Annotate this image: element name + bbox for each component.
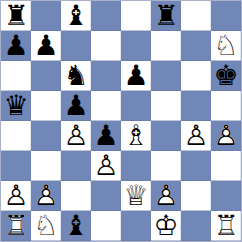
square-g7[interactable] xyxy=(181,31,211,61)
chess-board: ♜♝♜♟︎♟︎♞♘♞♟︎♚♛♟︎♟︎♙︎♟︎♝♗♟︎♙︎♟︎♙︎♟︎♙︎♟︎♙︎… xyxy=(0,0,242,242)
square-c7[interactable] xyxy=(61,31,91,61)
piece-black-rook[interactable]: ♜ xyxy=(1,1,31,31)
square-g2[interactable] xyxy=(181,181,211,211)
piece-black-king[interactable]: ♚ xyxy=(211,61,241,91)
piece-black-rook[interactable]: ♜ xyxy=(151,1,181,31)
piece-white-pawn[interactable]: ♟︎♙︎ xyxy=(61,121,91,151)
square-a2[interactable]: ♟︎♙︎ xyxy=(1,181,31,211)
white-piece-outline-layer: ♙︎ xyxy=(61,121,91,151)
square-c5[interactable]: ♟︎ xyxy=(61,91,91,121)
square-a7[interactable]: ♟︎ xyxy=(1,31,31,61)
piece-white-knight[interactable]: ♞♘ xyxy=(31,211,61,241)
square-c2[interactable] xyxy=(61,181,91,211)
square-b3[interactable] xyxy=(31,151,61,181)
square-d2[interactable] xyxy=(91,181,121,211)
piece-white-pawn[interactable]: ♟︎♙︎ xyxy=(181,121,211,151)
square-a6[interactable] xyxy=(1,61,31,91)
piece-white-pawn[interactable]: ♟︎♙︎ xyxy=(151,181,181,211)
square-e2[interactable]: ♛♕ xyxy=(121,181,151,211)
square-h2[interactable] xyxy=(211,181,241,211)
square-c8[interactable]: ♝ xyxy=(61,1,91,31)
chess-board-container: ♜♝♜♟︎♟︎♞♘♞♟︎♚♛♟︎♟︎♙︎♟︎♝♗♟︎♙︎♟︎♙︎♟︎♙︎♟︎♙︎… xyxy=(0,0,242,242)
square-d7[interactable] xyxy=(91,31,121,61)
piece-black-bishop[interactable]: ♝ xyxy=(61,1,91,31)
square-c3[interactable] xyxy=(61,151,91,181)
square-c4[interactable]: ♟︎♙︎ xyxy=(61,121,91,151)
square-h8[interactable] xyxy=(211,1,241,31)
square-b2[interactable]: ♟︎♙︎ xyxy=(31,181,61,211)
piece-white-knight[interactable]: ♞♘ xyxy=(211,31,241,61)
square-h3[interactable] xyxy=(211,151,241,181)
square-h7[interactable]: ♞♘ xyxy=(211,31,241,61)
square-f6[interactable] xyxy=(151,61,181,91)
square-f3[interactable] xyxy=(151,151,181,181)
square-g3[interactable] xyxy=(181,151,211,181)
square-d4[interactable]: ♟︎ xyxy=(91,121,121,151)
square-h5[interactable] xyxy=(211,91,241,121)
white-piece-outline-layer: ♙︎ xyxy=(151,181,181,211)
piece-white-bishop[interactable]: ♝♗ xyxy=(121,121,151,151)
square-e3[interactable] xyxy=(121,151,151,181)
square-a8[interactable]: ♜ xyxy=(1,1,31,31)
white-piece-outline-layer: ♗ xyxy=(121,121,151,151)
square-b6[interactable] xyxy=(31,61,61,91)
piece-white-king[interactable]: ♚♔ xyxy=(151,211,181,241)
white-piece-outline-layer: ♖ xyxy=(211,211,241,241)
square-e1[interactable] xyxy=(121,211,151,241)
square-d1[interactable] xyxy=(91,211,121,241)
square-c6[interactable]: ♞ xyxy=(61,61,91,91)
piece-black-bishop[interactable]: ♝ xyxy=(61,211,91,241)
piece-black-pawn[interactable]: ♟︎ xyxy=(1,31,31,61)
piece-black-pawn[interactable]: ♟︎ xyxy=(91,121,121,151)
square-d3[interactable]: ♟︎♙︎ xyxy=(91,151,121,181)
square-b4[interactable] xyxy=(31,121,61,151)
piece-white-queen[interactable]: ♛♕ xyxy=(121,181,151,211)
square-f2[interactable]: ♟︎♙︎ xyxy=(151,181,181,211)
white-piece-outline-layer: ♘ xyxy=(31,211,61,241)
square-e8[interactable] xyxy=(121,1,151,31)
piece-white-pawn[interactable]: ♟︎♙︎ xyxy=(91,151,121,181)
piece-white-rook[interactable]: ♜♖ xyxy=(1,211,31,241)
square-b1[interactable]: ♞♘ xyxy=(31,211,61,241)
square-b8[interactable] xyxy=(31,1,61,31)
piece-black-knight[interactable]: ♞ xyxy=(61,61,91,91)
square-a4[interactable] xyxy=(1,121,31,151)
piece-black-queen[interactable]: ♛ xyxy=(1,91,31,121)
white-piece-outline-layer: ♘ xyxy=(211,31,241,61)
square-a5[interactable]: ♛ xyxy=(1,91,31,121)
white-piece-outline-layer: ♙︎ xyxy=(181,121,211,151)
square-h4[interactable]: ♟︎♙︎ xyxy=(211,121,241,151)
square-g4[interactable]: ♟︎♙︎ xyxy=(181,121,211,151)
piece-black-pawn[interactable]: ♟︎ xyxy=(121,61,151,91)
square-g1[interactable] xyxy=(181,211,211,241)
white-piece-outline-layer: ♔ xyxy=(151,211,181,241)
white-piece-outline-layer: ♙︎ xyxy=(211,121,241,151)
piece-white-pawn[interactable]: ♟︎♙︎ xyxy=(211,121,241,151)
square-g5[interactable] xyxy=(181,91,211,121)
square-d6[interactable] xyxy=(91,61,121,91)
square-f1[interactable]: ♚♔ xyxy=(151,211,181,241)
square-a3[interactable] xyxy=(1,151,31,181)
square-g6[interactable] xyxy=(181,61,211,91)
square-g8[interactable] xyxy=(181,1,211,31)
white-piece-outline-layer: ♙︎ xyxy=(31,181,61,211)
square-e5[interactable] xyxy=(121,91,151,121)
square-f8[interactable]: ♜ xyxy=(151,1,181,31)
square-e7[interactable] xyxy=(121,31,151,61)
white-piece-outline-layer: ♙︎ xyxy=(91,151,121,181)
square-h6[interactable]: ♚ xyxy=(211,61,241,91)
square-e4[interactable]: ♝♗ xyxy=(121,121,151,151)
square-f5[interactable] xyxy=(151,91,181,121)
piece-black-pawn[interactable]: ♟︎ xyxy=(31,31,61,61)
square-b7[interactable]: ♟︎ xyxy=(31,31,61,61)
square-b5[interactable] xyxy=(31,91,61,121)
square-d8[interactable] xyxy=(91,1,121,31)
white-piece-outline-layer: ♕ xyxy=(121,181,151,211)
square-a1[interactable]: ♜♖ xyxy=(1,211,31,241)
white-piece-outline-layer: ♙︎ xyxy=(1,181,31,211)
square-h1[interactable]: ♜♖ xyxy=(211,211,241,241)
piece-black-pawn[interactable]: ♟︎ xyxy=(61,91,91,121)
square-f4[interactable] xyxy=(151,121,181,151)
white-piece-outline-layer: ♖ xyxy=(1,211,31,241)
square-e6[interactable]: ♟︎ xyxy=(121,61,151,91)
piece-white-pawn[interactable]: ♟︎♙︎ xyxy=(31,181,61,211)
square-f7[interactable] xyxy=(151,31,181,61)
square-d5[interactable] xyxy=(91,91,121,121)
piece-white-rook[interactable]: ♜♖ xyxy=(211,211,241,241)
square-c1[interactable]: ♝ xyxy=(61,211,91,241)
piece-white-pawn[interactable]: ♟︎♙︎ xyxy=(1,181,31,211)
